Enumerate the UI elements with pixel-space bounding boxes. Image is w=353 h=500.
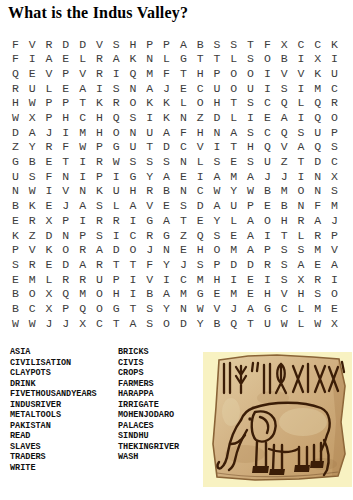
grid-cell[interactable]: C bbox=[293, 37, 310, 52]
grid-cell[interactable]: V bbox=[276, 66, 293, 81]
grid-cell[interactable]: C bbox=[326, 81, 343, 96]
grid-cell[interactable]: K bbox=[24, 199, 41, 214]
grid-cell[interactable]: R bbox=[309, 272, 326, 287]
grid-cell[interactable]: N bbox=[175, 301, 192, 316]
grid-cell[interactable]: A bbox=[242, 213, 259, 228]
grid-cell[interactable]: K bbox=[7, 228, 24, 243]
grid-cell[interactable]: P bbox=[74, 228, 91, 243]
grid-cell[interactable]: N bbox=[209, 125, 226, 140]
grid-cell[interactable]: T bbox=[276, 228, 293, 243]
grid-cell[interactable]: X bbox=[276, 37, 293, 52]
grid-cell[interactable]: V bbox=[24, 37, 41, 52]
grid-cell[interactable]: W bbox=[24, 96, 41, 111]
grid-cell[interactable]: I bbox=[74, 169, 91, 184]
grid-cell[interactable]: X bbox=[41, 301, 58, 316]
grid-cell[interactable]: X bbox=[74, 316, 91, 331]
grid-cell[interactable]: Q bbox=[276, 96, 293, 111]
grid-cell[interactable]: Q bbox=[125, 66, 142, 81]
grid-cell[interactable]: K bbox=[91, 96, 108, 111]
grid-cell[interactable]: S bbox=[242, 125, 259, 140]
grid-cell[interactable]: H bbox=[91, 110, 108, 125]
grid-cell[interactable]: P bbox=[57, 213, 74, 228]
grid-cell[interactable]: W bbox=[242, 184, 259, 199]
grid-cell[interactable]: M bbox=[225, 243, 242, 258]
grid-cell[interactable]: S bbox=[242, 155, 259, 170]
grid-cell[interactable]: E bbox=[309, 257, 326, 272]
grid-cell[interactable]: E bbox=[175, 169, 192, 184]
grid-cell[interactable]: U bbox=[125, 140, 142, 155]
grid-cell[interactable]: G bbox=[141, 213, 158, 228]
grid-cell[interactable]: B bbox=[192, 37, 209, 52]
grid-cell[interactable]: R bbox=[326, 96, 343, 111]
grid-cell[interactable]: E bbox=[41, 155, 58, 170]
grid-cell[interactable]: G bbox=[192, 287, 209, 302]
grid-cell[interactable]: D bbox=[41, 228, 58, 243]
grid-cell[interactable]: A bbox=[242, 228, 259, 243]
grid-cell[interactable]: T bbox=[242, 37, 259, 52]
grid-cell[interactable]: G bbox=[7, 155, 24, 170]
grid-cell[interactable]: T bbox=[242, 316, 259, 331]
grid-cell[interactable]: A bbox=[41, 52, 58, 67]
grid-cell[interactable]: U bbox=[141, 125, 158, 140]
grid-cell[interactable]: L bbox=[41, 272, 58, 287]
grid-cell[interactable]: S bbox=[293, 243, 310, 258]
grid-cell[interactable]: H bbox=[125, 184, 142, 199]
grid-cell[interactable]: Z bbox=[175, 228, 192, 243]
grid-cell[interactable]: F bbox=[7, 52, 24, 67]
grid-cell[interactable]: V bbox=[209, 301, 226, 316]
grid-cell[interactable]: V bbox=[276, 287, 293, 302]
grid-cell[interactable]: E bbox=[41, 199, 58, 214]
grid-cell[interactable]: N bbox=[74, 184, 91, 199]
grid-cell[interactable]: O bbox=[293, 184, 310, 199]
grid-cell[interactable]: U bbox=[225, 199, 242, 214]
grid-cell[interactable]: I bbox=[125, 272, 142, 287]
grid-cell[interactable]: O bbox=[24, 287, 41, 302]
grid-cell[interactable]: Y bbox=[158, 301, 175, 316]
grid-cell[interactable]: X bbox=[326, 316, 343, 331]
grid-cell[interactable]: I bbox=[259, 272, 276, 287]
grid-cell[interactable]: O bbox=[125, 96, 142, 111]
grid-cell[interactable]: T bbox=[293, 155, 310, 170]
grid-cell[interactable]: H bbox=[209, 272, 226, 287]
grid-cell[interactable]: M bbox=[276, 184, 293, 199]
grid-cell[interactable]: E bbox=[24, 66, 41, 81]
grid-cell[interactable]: I bbox=[141, 110, 158, 125]
grid-cell[interactable]: S bbox=[309, 287, 326, 302]
grid-cell[interactable]: L bbox=[192, 155, 209, 170]
grid-cell[interactable]: I bbox=[108, 228, 125, 243]
grid-cell[interactable]: F bbox=[309, 199, 326, 214]
grid-cell[interactable]: S bbox=[125, 110, 142, 125]
grid-cell[interactable]: O bbox=[91, 287, 108, 302]
grid-cell[interactable]: A bbox=[293, 140, 310, 155]
grid-cell[interactable]: L bbox=[225, 213, 242, 228]
grid-cell[interactable]: K bbox=[326, 37, 343, 52]
grid-cell[interactable]: B bbox=[158, 184, 175, 199]
grid-cell[interactable]: G bbox=[175, 52, 192, 67]
grid-cell[interactable]: N bbox=[141, 52, 158, 67]
grid-cell[interactable]: H bbox=[192, 66, 209, 81]
grid-cell[interactable]: A bbox=[242, 301, 259, 316]
grid-cell[interactable]: R bbox=[24, 213, 41, 228]
grid-cell[interactable]: E bbox=[242, 272, 259, 287]
grid-cell[interactable]: O bbox=[91, 301, 108, 316]
grid-cell[interactable]: N bbox=[175, 184, 192, 199]
grid-cell[interactable]: O bbox=[225, 66, 242, 81]
grid-cell[interactable]: I bbox=[108, 66, 125, 81]
grid-cell[interactable]: S bbox=[125, 155, 142, 170]
grid-cell[interactable]: I bbox=[293, 81, 310, 96]
grid-cell[interactable]: B bbox=[24, 155, 41, 170]
grid-cell[interactable]: C bbox=[276, 301, 293, 316]
grid-cell[interactable]: O bbox=[259, 213, 276, 228]
grid-cell[interactable]: I bbox=[91, 81, 108, 96]
grid-cell[interactable]: D bbox=[242, 257, 259, 272]
grid-cell[interactable]: J bbox=[225, 301, 242, 316]
grid-cell[interactable]: V bbox=[141, 199, 158, 214]
grid-cell[interactable]: M bbox=[225, 169, 242, 184]
grid-cell[interactable]: T bbox=[74, 96, 91, 111]
grid-cell[interactable]: K bbox=[91, 184, 108, 199]
grid-cell[interactable]: A bbox=[209, 199, 226, 214]
grid-cell[interactable]: L bbox=[158, 52, 175, 67]
grid-cell[interactable]: N bbox=[125, 125, 142, 140]
grid-cell[interactable]: S bbox=[108, 37, 125, 52]
grid-cell[interactable]: P bbox=[91, 169, 108, 184]
grid-cell[interactable]: T bbox=[225, 96, 242, 111]
grid-cell[interactable]: B bbox=[7, 301, 24, 316]
grid-cell[interactable]: D bbox=[57, 257, 74, 272]
grid-cell[interactable]: H bbox=[108, 287, 125, 302]
grid-cell[interactable]: H bbox=[192, 125, 209, 140]
grid-cell[interactable]: U bbox=[259, 155, 276, 170]
grid-cell[interactable]: E bbox=[259, 110, 276, 125]
grid-cell[interactable]: T bbox=[108, 257, 125, 272]
grid-cell[interactable]: C bbox=[74, 110, 91, 125]
grid-cell[interactable]: S bbox=[209, 37, 226, 52]
grid-cell[interactable]: W bbox=[24, 316, 41, 331]
grid-cell[interactable]: A bbox=[326, 257, 343, 272]
grid-cell[interactable]: U bbox=[209, 81, 226, 96]
grid-cell[interactable]: G bbox=[125, 169, 142, 184]
grid-cell[interactable]: U bbox=[309, 125, 326, 140]
grid-cell[interactable]: S bbox=[108, 81, 125, 96]
grid-cell[interactable]: G bbox=[259, 301, 276, 316]
grid-cell[interactable]: I bbox=[209, 140, 226, 155]
grid-cell[interactable]: P bbox=[7, 243, 24, 258]
grid-cell[interactable]: Y bbox=[158, 257, 175, 272]
grid-cell[interactable]: P bbox=[57, 66, 74, 81]
grid-cell[interactable]: O bbox=[125, 243, 142, 258]
grid-cell[interactable]: H bbox=[276, 213, 293, 228]
grid-cell[interactable]: M bbox=[24, 272, 41, 287]
grid-cell[interactable]: K bbox=[41, 243, 58, 258]
grid-cell[interactable]: J bbox=[326, 213, 343, 228]
grid-cell[interactable]: R bbox=[141, 184, 158, 199]
grid-cell[interactable]: D bbox=[175, 316, 192, 331]
grid-cell[interactable]: C bbox=[259, 96, 276, 111]
grid-cell[interactable]: B bbox=[276, 52, 293, 67]
grid-cell[interactable]: I bbox=[259, 81, 276, 96]
grid-cell[interactable]: J bbox=[276, 169, 293, 184]
grid-cell[interactable]: E bbox=[209, 287, 226, 302]
grid-cell[interactable]: I bbox=[293, 169, 310, 184]
grid-cell[interactable]: P bbox=[326, 228, 343, 243]
grid-cell[interactable]: I bbox=[293, 110, 310, 125]
grid-cell[interactable]: S bbox=[242, 52, 259, 67]
grid-cell[interactable]: U bbox=[326, 66, 343, 81]
grid-cell[interactable]: R bbox=[259, 257, 276, 272]
grid-cell[interactable]: E bbox=[175, 243, 192, 258]
grid-cell[interactable]: D bbox=[158, 140, 175, 155]
grid-cell[interactable]: I bbox=[259, 66, 276, 81]
grid-cell[interactable]: E bbox=[57, 52, 74, 67]
grid-cell[interactable]: M bbox=[326, 199, 343, 214]
grid-cell[interactable]: A bbox=[125, 316, 142, 331]
grid-cell[interactable]: J bbox=[158, 81, 175, 96]
grid-cell[interactable]: P bbox=[209, 257, 226, 272]
grid-cell[interactable]: Z bbox=[7, 140, 24, 155]
grid-cell[interactable]: E bbox=[192, 213, 209, 228]
grid-cell[interactable]: P bbox=[41, 96, 58, 111]
grid-cell[interactable]: L bbox=[293, 228, 310, 243]
grid-cell[interactable]: V bbox=[41, 66, 58, 81]
grid-cell[interactable]: O bbox=[326, 287, 343, 302]
grid-cell[interactable]: A bbox=[309, 213, 326, 228]
grid-cell[interactable]: R bbox=[74, 243, 91, 258]
grid-cell[interactable]: I bbox=[225, 272, 242, 287]
grid-cell[interactable]: Q bbox=[309, 140, 326, 155]
grid-cell[interactable]: U bbox=[259, 316, 276, 331]
grid-cell[interactable]: S bbox=[7, 257, 24, 272]
grid-cell[interactable]: E bbox=[41, 257, 58, 272]
grid-cell[interactable]: C bbox=[24, 301, 41, 316]
grid-cell[interactable]: S bbox=[242, 96, 259, 111]
grid-cell[interactable]: I bbox=[259, 228, 276, 243]
grid-cell[interactable]: A bbox=[242, 243, 259, 258]
grid-cell[interactable]: F bbox=[259, 37, 276, 52]
grid-cell[interactable]: S bbox=[209, 155, 226, 170]
grid-cell[interactable]: H bbox=[259, 287, 276, 302]
grid-cell[interactable]: R bbox=[91, 66, 108, 81]
grid-cell[interactable]: M bbox=[141, 66, 158, 81]
grid-cell[interactable]: Q bbox=[108, 110, 125, 125]
grid-cell[interactable]: H bbox=[91, 125, 108, 140]
grid-cell[interactable]: V bbox=[91, 37, 108, 52]
grid-cell[interactable]: F bbox=[57, 140, 74, 155]
grid-cell[interactable]: T bbox=[108, 316, 125, 331]
grid-cell[interactable]: D bbox=[225, 257, 242, 272]
grid-cell[interactable]: Q bbox=[276, 125, 293, 140]
grid-cell[interactable]: K bbox=[125, 52, 142, 67]
grid-cell[interactable]: S bbox=[192, 257, 209, 272]
grid-cell[interactable]: P bbox=[57, 96, 74, 111]
grid-cell[interactable]: K bbox=[309, 66, 326, 81]
grid-cell[interactable]: W bbox=[7, 110, 24, 125]
grid-cell[interactable]: C bbox=[91, 316, 108, 331]
grid-cell[interactable]: A bbox=[158, 125, 175, 140]
grid-cell[interactable]: N bbox=[309, 169, 326, 184]
grid-cell[interactable]: N bbox=[175, 155, 192, 170]
grid-cell[interactable]: A bbox=[209, 169, 226, 184]
grid-cell[interactable]: A bbox=[225, 125, 242, 140]
grid-cell[interactable]: A bbox=[276, 110, 293, 125]
grid-cell[interactable]: T bbox=[175, 66, 192, 81]
grid-cell[interactable]: D bbox=[57, 37, 74, 52]
grid-cell[interactable]: V bbox=[24, 243, 41, 258]
grid-cell[interactable]: I bbox=[293, 52, 310, 67]
grid-cell[interactable]: J bbox=[41, 316, 58, 331]
grid-cell[interactable]: O bbox=[225, 81, 242, 96]
grid-cell[interactable]: I bbox=[326, 52, 343, 67]
grid-cell[interactable]: R bbox=[57, 272, 74, 287]
grid-cell[interactable]: Q bbox=[7, 66, 24, 81]
grid-cell[interactable]: L bbox=[225, 110, 242, 125]
grid-cell[interactable]: T bbox=[175, 213, 192, 228]
grid-cell[interactable]: I bbox=[74, 155, 91, 170]
grid-cell[interactable]: S bbox=[175, 199, 192, 214]
grid-cell[interactable]: P bbox=[242, 199, 259, 214]
grid-cell[interactable]: L bbox=[293, 96, 310, 111]
grid-cell[interactable]: N bbox=[57, 169, 74, 184]
grid-cell[interactable]: S bbox=[24, 169, 41, 184]
grid-cell[interactable]: R bbox=[91, 213, 108, 228]
grid-cell[interactable]: R bbox=[91, 257, 108, 272]
grid-cell[interactable]: R bbox=[41, 140, 58, 155]
grid-cell[interactable]: R bbox=[41, 37, 58, 52]
grid-cell[interactable]: S bbox=[141, 316, 158, 331]
grid-cell[interactable]: M bbox=[74, 287, 91, 302]
grid-cell[interactable]: C bbox=[175, 272, 192, 287]
grid-cell[interactable]: N bbox=[57, 228, 74, 243]
grid-cell[interactable]: S bbox=[91, 228, 108, 243]
grid-cell[interactable]: S bbox=[225, 37, 242, 52]
grid-cell[interactable]: D bbox=[209, 110, 226, 125]
grid-cell[interactable]: H bbox=[242, 140, 259, 155]
grid-cell[interactable]: R bbox=[293, 213, 310, 228]
grid-cell[interactable]: C bbox=[192, 81, 209, 96]
grid-cell[interactable]: X bbox=[41, 213, 58, 228]
grid-cell[interactable]: X bbox=[326, 169, 343, 184]
grid-cell[interactable]: O bbox=[326, 110, 343, 125]
grid-cell[interactable]: N bbox=[175, 110, 192, 125]
grid-cell[interactable]: T bbox=[225, 140, 242, 155]
grid-cell[interactable]: T bbox=[125, 257, 142, 272]
grid-cell[interactable]: H bbox=[7, 96, 24, 111]
grid-cell[interactable]: S bbox=[326, 140, 343, 155]
grid-cell[interactable]: M bbox=[309, 301, 326, 316]
grid-cell[interactable]: C bbox=[125, 228, 142, 243]
grid-cell[interactable]: G bbox=[158, 228, 175, 243]
grid-cell[interactable]: W bbox=[74, 140, 91, 155]
grid-cell[interactable]: L bbox=[41, 81, 58, 96]
grid-cell[interactable]: S bbox=[91, 199, 108, 214]
grid-cell[interactable]: N bbox=[125, 81, 142, 96]
grid-cell[interactable]: V bbox=[74, 66, 91, 81]
grid-cell[interactable]: X bbox=[309, 52, 326, 67]
grid-cell[interactable]: V bbox=[192, 140, 209, 155]
grid-cell[interactable]: Q bbox=[309, 96, 326, 111]
grid-cell[interactable]: J bbox=[259, 169, 276, 184]
grid-cell[interactable]: G bbox=[108, 140, 125, 155]
grid-cell[interactable]: H bbox=[293, 287, 310, 302]
grid-cell[interactable]: B bbox=[7, 287, 24, 302]
grid-cell[interactable]: L bbox=[293, 301, 310, 316]
grid-cell[interactable]: M bbox=[309, 81, 326, 96]
grid-cell[interactable]: P bbox=[209, 66, 226, 81]
grid-cell[interactable]: Q bbox=[74, 301, 91, 316]
grid-cell[interactable]: M bbox=[175, 287, 192, 302]
grid-cell[interactable]: I bbox=[108, 169, 125, 184]
grid-cell[interactable]: A bbox=[158, 169, 175, 184]
grid-cell[interactable]: I bbox=[242, 110, 259, 125]
grid-cell[interactable]: L bbox=[225, 52, 242, 67]
grid-cell[interactable]: C bbox=[326, 155, 343, 170]
grid-cell[interactable]: S bbox=[276, 257, 293, 272]
grid-cell[interactable]: L bbox=[293, 316, 310, 331]
grid-cell[interactable]: M bbox=[309, 243, 326, 258]
grid-cell[interactable]: P bbox=[41, 110, 58, 125]
grid-cell[interactable]: C bbox=[309, 37, 326, 52]
grid-cell[interactable]: Q bbox=[309, 110, 326, 125]
grid-cell[interactable]: D bbox=[108, 243, 125, 258]
grid-cell[interactable]: G bbox=[108, 301, 125, 316]
grid-cell[interactable]: V bbox=[326, 243, 343, 258]
grid-cell[interactable]: B bbox=[209, 316, 226, 331]
grid-cell[interactable]: S bbox=[276, 243, 293, 258]
grid-cell[interactable]: T bbox=[57, 155, 74, 170]
grid-cell[interactable]: T bbox=[125, 301, 142, 316]
grid-cell[interactable]: Q bbox=[57, 287, 74, 302]
grid-cell[interactable]: E bbox=[57, 81, 74, 96]
grid-cell[interactable]: A bbox=[108, 52, 125, 67]
grid-cell[interactable]: V bbox=[57, 184, 74, 199]
grid-cell[interactable]: H bbox=[57, 110, 74, 125]
grid-cell[interactable]: R bbox=[7, 81, 24, 96]
grid-cell[interactable]: E bbox=[225, 228, 242, 243]
grid-cell[interactable]: M bbox=[74, 125, 91, 140]
grid-cell[interactable]: U bbox=[7, 169, 24, 184]
grid-cell[interactable]: I bbox=[41, 184, 58, 199]
grid-cell[interactable]: E bbox=[7, 213, 24, 228]
grid-cell[interactable]: O bbox=[57, 243, 74, 258]
grid-cell[interactable]: D bbox=[192, 199, 209, 214]
grid-cell[interactable]: X bbox=[293, 272, 310, 287]
grid-cell[interactable]: Q bbox=[192, 228, 209, 243]
grid-cell[interactable]: S bbox=[141, 301, 158, 316]
grid-cell[interactable]: I bbox=[125, 213, 142, 228]
grid-cell[interactable]: C bbox=[175, 140, 192, 155]
grid-cell[interactable]: U bbox=[24, 81, 41, 96]
grid-cell[interactable]: F bbox=[7, 37, 24, 52]
grid-cell[interactable]: P bbox=[108, 272, 125, 287]
grid-cell[interactable]: S bbox=[326, 184, 343, 199]
grid-cell[interactable]: I bbox=[192, 169, 209, 184]
grid-cell[interactable]: A bbox=[24, 125, 41, 140]
grid-cell[interactable]: B bbox=[141, 287, 158, 302]
grid-cell[interactable]: W bbox=[209, 184, 226, 199]
grid-cell[interactable]: N bbox=[293, 199, 310, 214]
grid-cell[interactable]: L bbox=[74, 52, 91, 67]
grid-cell[interactable]: E bbox=[326, 301, 343, 316]
grid-cell[interactable]: S bbox=[209, 228, 226, 243]
grid-cell[interactable]: W bbox=[108, 155, 125, 170]
grid-cell[interactable]: L bbox=[108, 199, 125, 214]
grid-cell[interactable]: S bbox=[276, 272, 293, 287]
grid-cell[interactable]: S bbox=[276, 81, 293, 96]
grid-cell[interactable]: P bbox=[326, 125, 343, 140]
